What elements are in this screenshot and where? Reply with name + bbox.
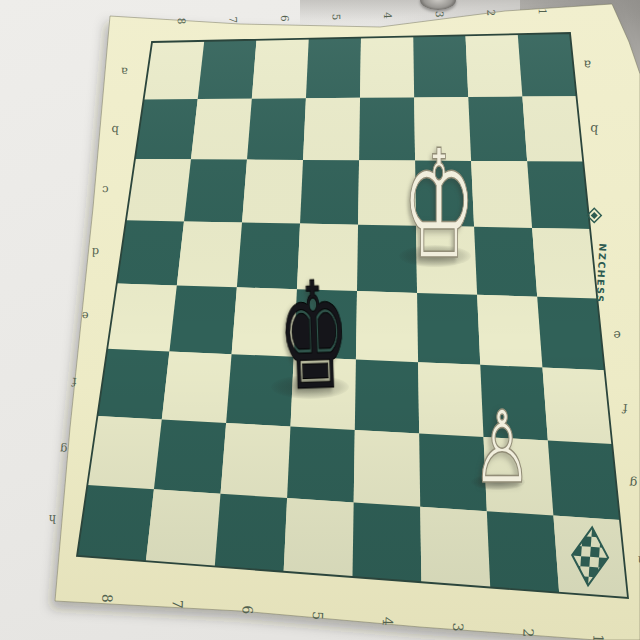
rank-label-top-4: 4: [382, 12, 394, 19]
rank-label-bottom-7: 7: [169, 599, 185, 608]
piece-white-pawn[interactable]: ♙: [472, 398, 531, 498]
rank-label-top-6: 6: [279, 15, 291, 22]
rank-label-bottom-4: 4: [380, 617, 396, 627]
rank-label-top-8: 8: [176, 18, 188, 25]
rank-label-bottom-1: 1: [590, 634, 606, 640]
rank-label-top-2: 2: [485, 9, 497, 16]
rank-label-top-7: 7: [227, 16, 239, 23]
file-label-right-g: g: [629, 476, 638, 492]
file-label-left-e: e: [81, 309, 89, 323]
rank-label-bottom-5: 5: [310, 611, 326, 620]
rank-label-bottom-8: 8: [99, 594, 115, 603]
file-label-left-c: c: [102, 183, 109, 197]
piece-black-king[interactable]: ♚: [275, 261, 352, 411]
file-label-left-h: h: [48, 512, 57, 526]
file-label-right-e: e: [613, 328, 621, 343]
board-shading: [77, 33, 628, 598]
rank-label-top-5: 5: [330, 13, 342, 20]
file-label-right-b: b: [590, 122, 599, 138]
file-label-left-a: a: [120, 65, 128, 79]
file-label-left-g: g: [59, 442, 68, 456]
piece-white-king[interactable]: ♔: [402, 130, 476, 280]
file-label-left-d: d: [91, 245, 100, 259]
rank-label-top-1: 1: [537, 8, 549, 15]
file-label-left-b: b: [111, 123, 119, 137]
photo-scene: 8877665544332211aabbcdeeffgghhNZCHESS ♔♚…: [0, 0, 640, 640]
file-label-left-f: f: [71, 375, 77, 389]
rank-label-bottom-2: 2: [520, 628, 536, 637]
rank-label-bottom-3: 3: [450, 622, 466, 631]
rank-label-bottom-6: 6: [239, 605, 255, 615]
rank-label-top-3: 3: [434, 11, 446, 18]
